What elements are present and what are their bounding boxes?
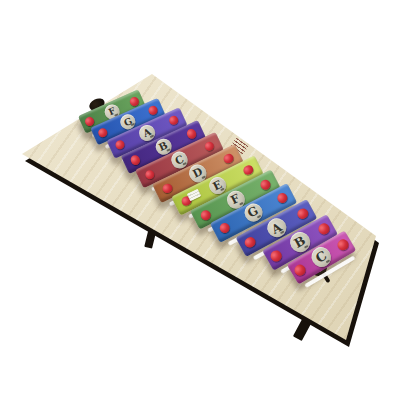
red-pin-icon <box>114 139 126 151</box>
red-pin-icon <box>292 262 307 277</box>
red-pin-icon <box>147 105 158 116</box>
red-pin-icon <box>243 235 257 249</box>
red-pin-icon <box>203 140 215 152</box>
red-pin-icon <box>258 178 271 191</box>
red-pin-icon <box>335 237 350 252</box>
red-pin-icon <box>275 191 289 205</box>
red-pin-icon <box>129 95 140 106</box>
red-pin-icon <box>97 127 108 138</box>
red-pin-icon <box>317 221 331 235</box>
red-pin-icon <box>222 152 235 165</box>
product-photo-toy-xylophone: FGABCDEFGABC <box>0 0 400 400</box>
red-pin-icon <box>185 128 197 140</box>
red-pin-icon <box>161 182 174 195</box>
red-pin-icon <box>128 154 140 166</box>
red-pin-icon <box>198 209 211 222</box>
red-pin-icon <box>241 164 254 177</box>
red-pin-icon <box>295 207 309 221</box>
red-pin-icon <box>84 115 95 126</box>
red-pin-icon <box>168 115 180 127</box>
red-pin-icon <box>269 248 283 262</box>
red-pin-icon <box>143 168 155 180</box>
red-pin-icon <box>218 221 232 235</box>
